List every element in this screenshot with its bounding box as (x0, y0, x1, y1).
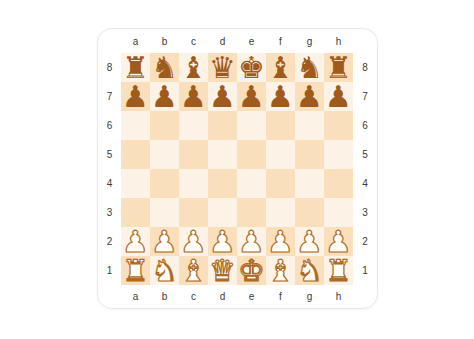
square-c6[interactable] (179, 111, 208, 140)
square-f3[interactable] (266, 198, 295, 227)
square-a4[interactable] (121, 169, 150, 198)
piece-black-knight-b8[interactable]: ♞ (151, 53, 178, 82)
square-b4[interactable] (150, 169, 179, 198)
piece-black-rook-a8[interactable]: ♜ (122, 53, 149, 82)
piece-black-pawn-c7[interactable]: ♟ (180, 82, 207, 111)
square-b2[interactable]: ♟ (150, 227, 179, 256)
square-h8[interactable]: ♜ (324, 53, 353, 82)
square-b6[interactable] (150, 111, 179, 140)
piece-black-bishop-f8[interactable]: ♝ (267, 53, 294, 82)
piece-black-pawn-e7[interactable]: ♟ (238, 82, 265, 111)
square-c4[interactable] (179, 169, 208, 198)
square-d3[interactable] (208, 198, 237, 227)
rank-label-left-1: 1 (98, 256, 121, 285)
square-g5[interactable] (295, 140, 324, 169)
board-corner-spacer (98, 29, 121, 53)
square-f7[interactable]: ♟ (266, 82, 295, 111)
square-h5[interactable] (324, 140, 353, 169)
rank-label-right-8: 8 (353, 53, 377, 82)
rank-label-left-8: 8 (98, 53, 121, 82)
rank-label-right-6: 6 (353, 111, 377, 140)
square-a5[interactable] (121, 140, 150, 169)
square-e1[interactable]: ♚ (237, 256, 266, 285)
square-a1[interactable]: ♜ (121, 256, 150, 285)
piece-white-pawn-a2[interactable]: ♟ (122, 227, 149, 256)
square-g1[interactable]: ♞ (295, 256, 324, 285)
rank-label-left-4: 4 (98, 169, 121, 198)
square-b1[interactable]: ♞ (150, 256, 179, 285)
square-a6[interactable] (121, 111, 150, 140)
square-c7[interactable]: ♟ (179, 82, 208, 111)
square-a2[interactable]: ♟ (121, 227, 150, 256)
square-e2[interactable]: ♟ (237, 227, 266, 256)
piece-black-pawn-f7[interactable]: ♟ (267, 82, 294, 111)
square-h2[interactable]: ♟ (324, 227, 353, 256)
square-e3[interactable] (237, 198, 266, 227)
piece-black-bishop-c8[interactable]: ♝ (180, 53, 207, 82)
square-a3[interactable] (121, 198, 150, 227)
file-label-bottom-d: d (208, 285, 237, 308)
square-g3[interactable] (295, 198, 324, 227)
square-d5[interactable] (208, 140, 237, 169)
square-f4[interactable] (266, 169, 295, 198)
square-d2[interactable]: ♟ (208, 227, 237, 256)
rank-label-right-4: 4 (353, 169, 377, 198)
board-corner-spacer (353, 285, 377, 308)
square-c8[interactable]: ♝ (179, 53, 208, 82)
piece-white-pawn-d2[interactable]: ♟ (209, 227, 236, 256)
square-e5[interactable] (237, 140, 266, 169)
rank-label-left-7: 7 (98, 82, 121, 111)
square-e7[interactable]: ♟ (237, 82, 266, 111)
rank-label-right-3: 3 (353, 198, 377, 227)
square-h7[interactable]: ♟ (324, 82, 353, 111)
square-c5[interactable] (179, 140, 208, 169)
square-d1[interactable]: ♛ (208, 256, 237, 285)
square-e8[interactable]: ♚ (237, 53, 266, 82)
square-b5[interactable] (150, 140, 179, 169)
piece-white-bishop-c1[interactable]: ♝ (180, 256, 207, 285)
square-d6[interactable] (208, 111, 237, 140)
square-g8[interactable]: ♞ (295, 53, 324, 82)
file-label-bottom-f: f (266, 285, 295, 308)
piece-black-pawn-h7[interactable]: ♟ (325, 82, 352, 111)
piece-black-queen-d8[interactable]: ♛ (209, 53, 236, 82)
piece-white-rook-a1[interactable]: ♜ (122, 256, 149, 285)
piece-white-knight-g1[interactable]: ♞ (296, 256, 323, 285)
square-c2[interactable]: ♟ (179, 227, 208, 256)
file-label-bottom-a: a (121, 285, 150, 308)
square-e4[interactable] (237, 169, 266, 198)
rank-label-left-6: 6 (98, 111, 121, 140)
rank-label-left-5: 5 (98, 140, 121, 169)
rank-label-right-2: 2 (353, 227, 377, 256)
piece-black-pawn-g7[interactable]: ♟ (296, 82, 323, 111)
file-label-bottom-b: b (150, 285, 179, 308)
piece-white-pawn-c2[interactable]: ♟ (180, 227, 207, 256)
square-a7[interactable]: ♟ (121, 82, 150, 111)
piece-white-pawn-g2[interactable]: ♟ (296, 227, 323, 256)
file-label-bottom-e: e (237, 285, 266, 308)
square-h4[interactable] (324, 169, 353, 198)
piece-black-knight-g8[interactable]: ♞ (296, 53, 323, 82)
square-f1[interactable]: ♝ (266, 256, 295, 285)
square-c3[interactable] (179, 198, 208, 227)
square-f8[interactable]: ♝ (266, 53, 295, 82)
file-label-bottom-h: h (324, 285, 353, 308)
piece-white-king-e1[interactable]: ♚ (238, 256, 265, 285)
square-c1[interactable]: ♝ (179, 256, 208, 285)
piece-white-pawn-b2[interactable]: ♟ (151, 227, 178, 256)
rank-label-right-1: 1 (353, 256, 377, 285)
chess-board-panel: abcdefgh8♜♞♝♛♚♝♞♜87♟♟♟♟♟♟♟♟7665544332♟♟♟… (97, 28, 378, 309)
piece-white-pawn-e2[interactable]: ♟ (238, 227, 265, 256)
square-h1[interactable]: ♜ (324, 256, 353, 285)
piece-black-rook-h8[interactable]: ♜ (325, 53, 352, 82)
rank-label-right-5: 5 (353, 140, 377, 169)
piece-white-rook-h1[interactable]: ♜ (325, 256, 352, 285)
square-a8[interactable]: ♜ (121, 53, 150, 82)
square-d7[interactable]: ♟ (208, 82, 237, 111)
square-b7[interactable]: ♟ (150, 82, 179, 111)
rank-label-left-2: 2 (98, 227, 121, 256)
piece-black-pawn-a7[interactable]: ♟ (122, 82, 149, 111)
square-b3[interactable] (150, 198, 179, 227)
square-f6[interactable] (266, 111, 295, 140)
square-f2[interactable]: ♟ (266, 227, 295, 256)
board-corner-spacer (98, 285, 121, 308)
square-e6[interactable] (237, 111, 266, 140)
file-label-bottom-g: g (295, 285, 324, 308)
square-g4[interactable] (295, 169, 324, 198)
board-corner-spacer (353, 29, 377, 53)
square-d8[interactable]: ♛ (208, 53, 237, 82)
piece-white-knight-b1[interactable]: ♞ (151, 256, 178, 285)
piece-white-pawn-f2[interactable]: ♟ (267, 227, 294, 256)
piece-black-king-e8[interactable]: ♚ (238, 53, 265, 82)
square-h6[interactable] (324, 111, 353, 140)
square-f5[interactable] (266, 140, 295, 169)
piece-white-bishop-f1[interactable]: ♝ (267, 256, 294, 285)
piece-white-pawn-h2[interactable]: ♟ (325, 227, 352, 256)
rank-label-right-7: 7 (353, 82, 377, 111)
piece-black-pawn-d7[interactable]: ♟ (209, 82, 236, 111)
rank-label-left-3: 3 (98, 198, 121, 227)
piece-black-pawn-b7[interactable]: ♟ (151, 82, 178, 111)
file-label-bottom-c: c (179, 285, 208, 308)
piece-white-queen-d1[interactable]: ♛ (209, 256, 236, 285)
square-g6[interactable] (295, 111, 324, 140)
square-b8[interactable]: ♞ (150, 53, 179, 82)
square-d4[interactable] (208, 169, 237, 198)
square-g2[interactable]: ♟ (295, 227, 324, 256)
square-g7[interactable]: ♟ (295, 82, 324, 111)
square-h3[interactable] (324, 198, 353, 227)
